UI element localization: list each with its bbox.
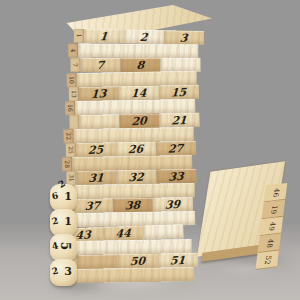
number-die-2: 21 [50, 209, 77, 236]
loose-block-pile: 4619494852 [203, 160, 297, 270]
block-26: 26 [116, 142, 156, 157]
number-die-1: 261 [50, 184, 77, 211]
block-32: 32 [116, 170, 156, 185]
pile-block-end-52: 52 [255, 250, 279, 270]
block-end-face: 28 [62, 157, 72, 171]
block-20: 20 [119, 114, 159, 129]
block-plain-face [143, 224, 183, 239]
block-21: 21 [159, 113, 199, 128]
block-plain-face [160, 58, 200, 72]
tower-layer-3: 778 [70, 58, 204, 72]
block-50: 50 [118, 254, 158, 269]
block-plain-face [78, 43, 198, 58]
block-25: 25 [76, 142, 116, 157]
block-44: 44 [103, 226, 143, 241]
block-15: 15 [159, 85, 199, 100]
number-die-3: 45 [50, 234, 77, 261]
block-8: 8 [120, 58, 160, 72]
block-39: 39 [153, 197, 193, 212]
block-38: 38 [113, 198, 153, 213]
block-13: 13 [79, 86, 119, 101]
block-end-face: 25 [66, 143, 76, 157]
block-end-face: 10 [67, 73, 77, 87]
block-end-face: 7 [70, 58, 80, 72]
block-end-face: 13 [69, 87, 79, 101]
block-end-face: 1 [74, 29, 84, 43]
block-14: 14 [119, 86, 159, 101]
block-end-face: 4 [68, 43, 78, 57]
block-31: 31 [76, 170, 116, 185]
block-27: 27 [156, 141, 196, 156]
block-plain-face [79, 114, 119, 129]
block-33: 33 [156, 169, 196, 184]
block-1: 1 [84, 29, 124, 44]
block-plain-face [78, 254, 118, 269]
tower-layer-2: 4 [68, 43, 204, 58]
block-plain-face [74, 267, 194, 283]
block-7: 7 [80, 58, 120, 72]
number-die-4: 23 [50, 259, 77, 286]
block-end-face: 22 [64, 129, 74, 143]
tower-layer-18 [64, 267, 208, 284]
dice-stack: 261214523 [50, 186, 82, 286]
block-51: 51 [158, 253, 198, 268]
block-2: 2 [124, 30, 164, 45]
block-end-face: 16 [65, 101, 75, 115]
block-end-face [69, 115, 79, 129]
block-3: 3 [164, 30, 204, 45]
